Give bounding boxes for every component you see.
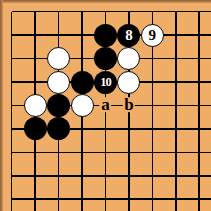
board-point xyxy=(141,47,164,70)
board-point xyxy=(94,47,117,70)
board-point xyxy=(164,23,187,46)
board-point xyxy=(164,70,187,93)
board-point xyxy=(23,47,46,70)
stone-black xyxy=(47,117,70,140)
board-point xyxy=(23,117,46,140)
board-point xyxy=(0,0,23,23)
board-point xyxy=(47,70,70,93)
board-point xyxy=(94,23,117,46)
point-label-a: a xyxy=(100,98,112,113)
board-point xyxy=(141,188,164,211)
stone-black xyxy=(94,24,117,47)
board-point xyxy=(47,117,70,140)
board-point xyxy=(188,47,211,70)
board-point xyxy=(23,0,46,23)
board-point xyxy=(23,141,46,164)
board-point xyxy=(164,47,187,70)
board-point xyxy=(70,117,93,140)
board-point xyxy=(94,0,117,23)
board-point xyxy=(0,23,23,46)
board-frame-top-edge xyxy=(0,0,211,3)
board-point xyxy=(47,141,70,164)
board-point xyxy=(117,188,140,211)
stone-black xyxy=(94,47,117,70)
board-point xyxy=(188,94,211,117)
board-point: 9 xyxy=(141,23,164,46)
board-point xyxy=(188,188,211,211)
board-point: a xyxy=(94,94,117,117)
board-point xyxy=(164,117,187,140)
stone-white xyxy=(71,94,94,117)
board-point xyxy=(141,0,164,23)
board-point xyxy=(164,0,187,23)
board-point xyxy=(47,164,70,187)
stone-white xyxy=(117,71,140,94)
board-point xyxy=(23,164,46,187)
board-point xyxy=(47,23,70,46)
board-point xyxy=(164,164,187,187)
board-point xyxy=(117,70,140,93)
board-point xyxy=(0,164,23,187)
board-point xyxy=(188,0,211,23)
board-point: b xyxy=(117,94,140,117)
board-point xyxy=(47,47,70,70)
board-point xyxy=(47,0,70,23)
board-point xyxy=(0,117,23,140)
stone-move-number: 8 xyxy=(125,27,133,42)
board-point xyxy=(0,141,23,164)
go-grid: 8910ab xyxy=(0,0,211,211)
board-point xyxy=(70,94,93,117)
board-point xyxy=(141,94,164,117)
board-point xyxy=(0,188,23,211)
board-point xyxy=(117,164,140,187)
board-point xyxy=(164,94,187,117)
board-point xyxy=(188,23,211,46)
board-point: 8 xyxy=(117,23,140,46)
point-label-b: b xyxy=(123,98,135,113)
stone-white xyxy=(47,47,70,70)
board-point xyxy=(23,188,46,211)
board-point xyxy=(94,164,117,187)
board-point xyxy=(188,117,211,140)
stone-black xyxy=(47,94,70,117)
board-point xyxy=(70,141,93,164)
board-point xyxy=(47,188,70,211)
board-point xyxy=(141,117,164,140)
go-board: 8910ab xyxy=(0,0,211,211)
stone-black xyxy=(24,117,47,140)
board-point xyxy=(141,70,164,93)
board-point xyxy=(23,23,46,46)
stone-move-number: 10 xyxy=(100,75,111,88)
board-point xyxy=(70,47,93,70)
board-point xyxy=(141,164,164,187)
board-point xyxy=(94,188,117,211)
board-point xyxy=(0,70,23,93)
board-point xyxy=(70,70,93,93)
board-point: 10 xyxy=(94,70,117,93)
board-point xyxy=(70,188,93,211)
board-point xyxy=(164,141,187,164)
board-point xyxy=(117,141,140,164)
board-point xyxy=(141,141,164,164)
board-point xyxy=(47,94,70,117)
stone-white xyxy=(24,94,47,117)
board-point xyxy=(117,117,140,140)
stone-black: 8 xyxy=(117,24,140,47)
board-point xyxy=(70,23,93,46)
board-point xyxy=(70,0,93,23)
stone-black: 10 xyxy=(94,71,117,94)
stone-move-number: 9 xyxy=(149,27,157,42)
board-point xyxy=(188,70,211,93)
board-point xyxy=(23,94,46,117)
board-point xyxy=(0,47,23,70)
stone-black xyxy=(71,71,94,94)
board-point xyxy=(117,0,140,23)
board-point xyxy=(0,94,23,117)
board-point xyxy=(188,164,211,187)
stone-white: 9 xyxy=(141,24,164,47)
stone-white xyxy=(47,71,70,94)
board-point xyxy=(188,141,211,164)
board-point xyxy=(117,47,140,70)
board-point xyxy=(164,188,187,211)
board-point xyxy=(23,70,46,93)
board-point xyxy=(94,117,117,140)
stone-white xyxy=(117,47,140,70)
board-point xyxy=(70,164,93,187)
board-point xyxy=(94,141,117,164)
board-frame-left-edge xyxy=(0,0,3,211)
